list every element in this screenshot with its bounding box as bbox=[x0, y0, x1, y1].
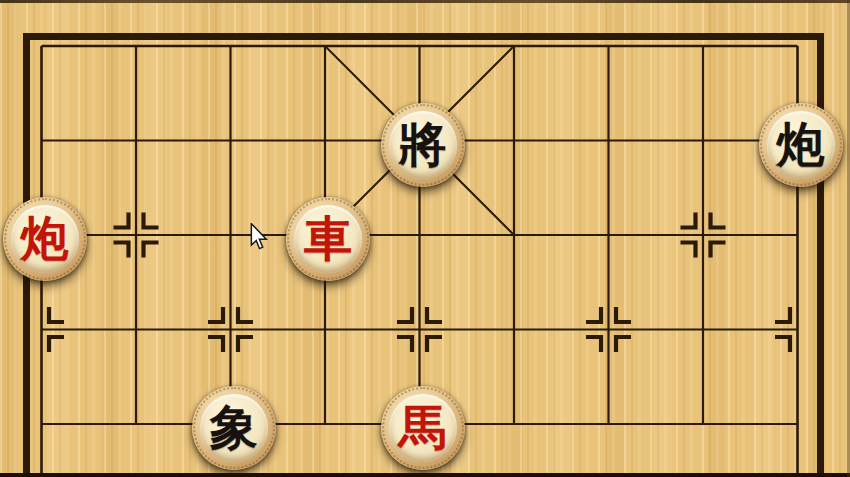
xiangqi-board: 將炮炮車象馬 bbox=[0, 0, 850, 477]
pieces-layer: 將炮炮車象馬 bbox=[0, 0, 845, 471]
piece-glyph: 炮 bbox=[21, 214, 69, 262]
piece-cell: 炮 bbox=[750, 93, 845, 188]
piece-face: 象 bbox=[200, 394, 268, 462]
video-edge-top bbox=[0, 0, 850, 3]
piece-black-general[interactable]: 將 bbox=[381, 103, 465, 187]
piece-cell: 炮 bbox=[0, 188, 89, 283]
piece-face: 炮 bbox=[11, 205, 79, 273]
piece-red-chariot[interactable]: 車 bbox=[286, 197, 370, 281]
piece-glyph: 將 bbox=[399, 120, 447, 168]
piece-glyph: 象 bbox=[210, 403, 258, 451]
piece-cell: 象 bbox=[183, 377, 278, 472]
mouse-cursor bbox=[250, 223, 269, 255]
piece-black-cannon[interactable]: 炮 bbox=[759, 103, 843, 187]
cursor-arrow-icon bbox=[250, 223, 269, 251]
piece-red-horse[interactable]: 馬 bbox=[381, 386, 465, 470]
video-edge-bottom bbox=[0, 473, 850, 477]
piece-glyph: 車 bbox=[304, 214, 352, 262]
piece-red-cannon[interactable]: 炮 bbox=[3, 197, 87, 281]
piece-face: 車 bbox=[294, 205, 362, 273]
piece-face: 馬 bbox=[389, 394, 457, 462]
piece-cell: 車 bbox=[278, 188, 373, 283]
piece-face: 炮 bbox=[767, 111, 835, 179]
piece-black-elephant[interactable]: 象 bbox=[192, 386, 276, 470]
piece-glyph: 馬 bbox=[399, 403, 447, 451]
piece-cell: 馬 bbox=[372, 377, 467, 472]
piece-glyph: 炮 bbox=[777, 120, 825, 168]
piece-face: 將 bbox=[389, 111, 457, 179]
piece-cell: 將 bbox=[372, 93, 467, 188]
